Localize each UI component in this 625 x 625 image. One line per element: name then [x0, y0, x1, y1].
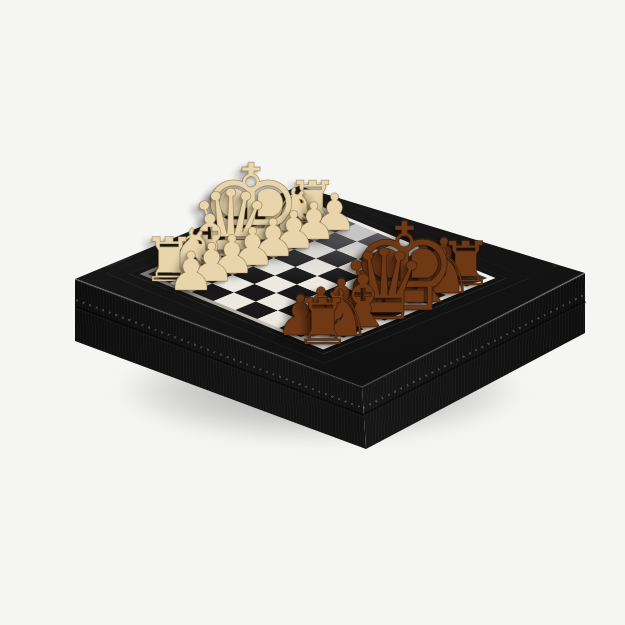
embossed-logo-right: [550, 257, 576, 268]
product-photo-scene: ♜♞♝♛♚♝♞♜♟♟♟♟♟♟♟♟♟♟♟♟♟♟♟♟♜♞♝♛♚♝♞♜: [0, 0, 625, 625]
